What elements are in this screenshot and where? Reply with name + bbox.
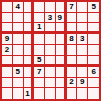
empty-cell-r3c9[interactable] [88,23,99,34]
empty-cell-r8c5[interactable] [45,78,56,89]
empty-cell-r7c7[interactable] [67,67,78,78]
empty-cell-r8c4[interactable] [34,78,45,89]
empty-cell-r1c3[interactable] [24,2,35,13]
empty-cell-r9c1[interactable] [2,88,13,99]
empty-cell-r6c6[interactable] [56,56,67,67]
given-cell-r1c9: 5 [88,2,99,13]
given-cell-r2c5: 3 [45,13,56,24]
empty-cell-r6c3[interactable] [24,56,35,67]
empty-cell-r5c6[interactable] [56,45,67,56]
empty-cell-r7c3[interactable] [24,67,35,78]
empty-cell-r8c2[interactable] [13,78,24,89]
empty-cell-r6c2[interactable] [13,56,24,67]
empty-cell-r2c2[interactable] [13,13,24,24]
empty-cell-r1c5[interactable] [45,2,56,13]
empty-cell-r2c3[interactable] [24,13,35,24]
empty-cell-r5c3[interactable] [24,45,35,56]
empty-cell-r3c3[interactable] [24,23,35,34]
empty-cell-r4c6[interactable] [56,34,67,45]
empty-cell-r9c5[interactable] [45,88,56,99]
empty-cell-r7c1[interactable] [2,67,13,78]
empty-cell-r4c4[interactable] [34,34,45,45]
empty-cell-r7c8[interactable] [77,67,88,78]
given-cell-r1c7: 7 [67,2,78,13]
empty-cell-r7c5[interactable] [45,67,56,78]
empty-cell-r2c8[interactable] [77,13,88,24]
empty-cell-r2c1[interactable] [2,13,13,24]
empty-cell-r6c8[interactable] [77,56,88,67]
empty-cell-r6c9[interactable] [88,56,99,67]
given-cell-r4c8: 3 [77,34,88,45]
given-cell-r8c7: 2 [67,78,78,89]
empty-cell-r1c8[interactable] [77,2,88,13]
given-cell-r4c1: 9 [2,34,13,45]
empty-cell-r9c2[interactable] [13,88,24,99]
given-cell-r9c3: 1 [24,88,35,99]
given-cell-r1c2: 4 [13,2,24,13]
empty-cell-r9c7[interactable] [67,88,78,99]
empty-cell-r5c8[interactable] [77,45,88,56]
empty-cell-r9c4[interactable] [34,88,45,99]
empty-cell-r8c3[interactable] [24,78,35,89]
empty-cell-r8c6[interactable] [56,78,67,89]
empty-cell-r3c2[interactable] [13,23,24,34]
empty-cell-r2c9[interactable] [88,13,99,24]
given-cell-r7c2: 5 [13,67,24,78]
empty-cell-r3c8[interactable] [77,23,88,34]
given-cell-r4c7: 8 [67,34,78,45]
given-cell-r6c4: 5 [34,56,45,67]
empty-cell-r4c9[interactable] [88,34,99,45]
empty-cell-r3c7[interactable] [67,23,78,34]
empty-cell-r4c5[interactable] [45,34,56,45]
empty-cell-r2c7[interactable] [67,13,78,24]
empty-cell-r8c1[interactable] [2,78,13,89]
given-cell-r2c6: 9 [56,13,67,24]
empty-cell-r3c6[interactable] [56,23,67,34]
empty-cell-r3c1[interactable] [2,23,13,34]
empty-cell-r4c3[interactable] [24,34,35,45]
given-cell-r5c1: 2 [2,45,13,56]
given-cell-r3c4: 1 [34,23,45,34]
empty-cell-r9c9[interactable] [88,88,99,99]
empty-cell-r1c6[interactable] [56,2,67,13]
empty-cell-r7c6[interactable] [56,67,67,78]
empty-cell-r6c5[interactable] [45,56,56,67]
empty-cell-r9c8[interactable] [77,88,88,99]
given-cell-r7c9: 6 [88,67,99,78]
empty-cell-r1c4[interactable] [34,2,45,13]
given-cell-r7c4: 7 [34,67,45,78]
given-cell-r8c8: 9 [77,78,88,89]
empty-cell-r5c9[interactable] [88,45,99,56]
empty-cell-r8c9[interactable] [88,78,99,89]
sudoku-board: 47539198325576291 [0,0,101,101]
empty-cell-r9c6[interactable] [56,88,67,99]
empty-cell-r3c5[interactable] [45,23,56,34]
empty-cell-r5c5[interactable] [45,45,56,56]
empty-cell-r1c1[interactable] [2,2,13,13]
empty-cell-r4c2[interactable] [13,34,24,45]
empty-cell-r6c1[interactable] [2,56,13,67]
empty-cell-r5c7[interactable] [67,45,78,56]
empty-cell-r5c2[interactable] [13,45,24,56]
empty-cell-r6c7[interactable] [67,56,78,67]
